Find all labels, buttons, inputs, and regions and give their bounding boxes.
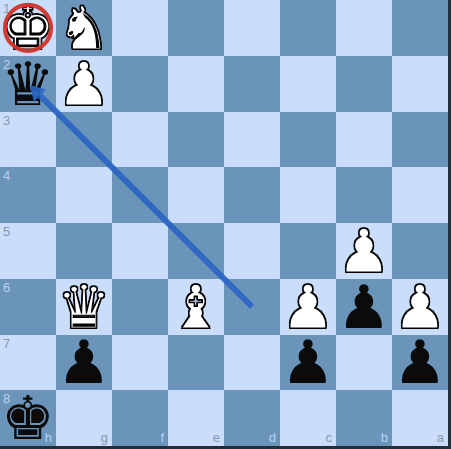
square-b2[interactable] [336, 56, 392, 112]
square-h7[interactable]: 7 [0, 335, 56, 391]
square-d8[interactable]: d [224, 390, 280, 446]
white-pawn[interactable]: ♟ [336, 223, 392, 279]
rank-label-6: 6 [3, 281, 10, 294]
square-e7[interactable] [168, 335, 224, 391]
black-pawn[interactable]: ♟ [280, 335, 336, 391]
file-label-c: c [326, 431, 333, 444]
square-d4[interactable] [224, 167, 280, 223]
square-g2[interactable]: ♟ [56, 56, 112, 112]
square-e4[interactable] [168, 167, 224, 223]
square-f1[interactable] [112, 0, 168, 56]
square-a7[interactable]: ♟ [392, 335, 448, 391]
square-d2[interactable] [224, 56, 280, 112]
square-e1[interactable] [168, 0, 224, 56]
square-b4[interactable] [336, 167, 392, 223]
black-pawn[interactable]: ♟ [336, 279, 392, 335]
square-g6[interactable]: ♛ [56, 279, 112, 335]
file-label-g: g [101, 431, 108, 444]
square-a2[interactable] [392, 56, 448, 112]
square-f3[interactable] [112, 112, 168, 168]
file-label-d: d [269, 431, 276, 444]
rank-label-8: 8 [3, 392, 10, 405]
square-a1[interactable] [392, 0, 448, 56]
square-f5[interactable] [112, 223, 168, 279]
square-d6[interactable] [224, 279, 280, 335]
square-d3[interactable] [224, 112, 280, 168]
square-h3[interactable]: 3 [0, 112, 56, 168]
square-d5[interactable] [224, 223, 280, 279]
file-label-f: f [160, 431, 164, 444]
square-a4[interactable] [392, 167, 448, 223]
square-c3[interactable] [280, 112, 336, 168]
square-a5[interactable] [392, 223, 448, 279]
square-a3[interactable] [392, 112, 448, 168]
square-h1[interactable]: 1♚ [0, 0, 56, 56]
square-c5[interactable] [280, 223, 336, 279]
square-e2[interactable] [168, 56, 224, 112]
square-c1[interactable] [280, 0, 336, 56]
square-e5[interactable] [168, 223, 224, 279]
square-g8[interactable]: g [56, 390, 112, 446]
black-pawn[interactable]: ♟ [392, 335, 448, 391]
white-queen[interactable]: ♛ [56, 279, 112, 335]
file-label-e: e [213, 431, 220, 444]
square-h5[interactable]: 5 [0, 223, 56, 279]
square-h4[interactable]: 4 [0, 167, 56, 223]
chess-board[interactable]: 1♚♞2♛♟345♟6♛♝♟♟♟7♟♟♟8h♚gfedcba [0, 0, 448, 446]
square-b8[interactable]: b [336, 390, 392, 446]
square-c2[interactable] [280, 56, 336, 112]
square-e8[interactable]: e [168, 390, 224, 446]
file-label-a: a [437, 431, 444, 444]
rank-label-7: 7 [3, 337, 10, 350]
square-g4[interactable] [56, 167, 112, 223]
square-b7[interactable] [336, 335, 392, 391]
rank-label-1: 1 [3, 2, 10, 15]
square-f2[interactable] [112, 56, 168, 112]
square-c4[interactable] [280, 167, 336, 223]
file-label-h: h [45, 431, 52, 444]
black-pawn[interactable]: ♟ [56, 335, 112, 391]
square-f7[interactable] [112, 335, 168, 391]
square-d1[interactable] [224, 0, 280, 56]
square-c7[interactable]: ♟ [280, 335, 336, 391]
square-b1[interactable] [336, 0, 392, 56]
file-label-b: b [381, 431, 388, 444]
square-f8[interactable]: f [112, 390, 168, 446]
square-b6[interactable]: ♟ [336, 279, 392, 335]
white-pawn[interactable]: ♟ [280, 279, 336, 335]
rank-label-5: 5 [3, 225, 10, 238]
white-pawn[interactable]: ♟ [56, 56, 112, 112]
square-g3[interactable] [56, 112, 112, 168]
square-c6[interactable]: ♟ [280, 279, 336, 335]
square-g5[interactable] [56, 223, 112, 279]
square-f4[interactable] [112, 167, 168, 223]
white-pawn[interactable]: ♟ [392, 279, 448, 335]
white-knight[interactable]: ♞ [56, 0, 112, 56]
square-c8[interactable]: c [280, 390, 336, 446]
rank-label-2: 2 [3, 58, 10, 71]
square-h2[interactable]: 2♛ [0, 56, 56, 112]
rank-label-4: 4 [3, 169, 10, 182]
chess-board-screenshot: 1♚♞2♛♟345♟6♛♝♟♟♟7♟♟♟8h♚gfedcba [0, 0, 451, 449]
square-e3[interactable] [168, 112, 224, 168]
square-h8[interactable]: 8h♚ [0, 390, 56, 446]
square-a8[interactable]: a [392, 390, 448, 446]
square-e6[interactable]: ♝ [168, 279, 224, 335]
white-bishop[interactable]: ♝ [168, 279, 224, 335]
square-g7[interactable]: ♟ [56, 335, 112, 391]
square-a6[interactable]: ♟ [392, 279, 448, 335]
square-d7[interactable] [224, 335, 280, 391]
square-h6[interactable]: 6 [0, 279, 56, 335]
square-g1[interactable]: ♞ [56, 0, 112, 56]
square-b5[interactable]: ♟ [336, 223, 392, 279]
rank-label-3: 3 [3, 114, 10, 127]
square-f6[interactable] [112, 279, 168, 335]
square-b3[interactable] [336, 112, 392, 168]
